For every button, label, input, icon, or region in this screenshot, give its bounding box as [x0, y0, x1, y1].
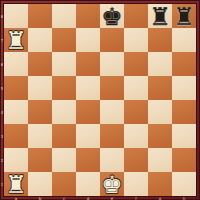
square-f6[interactable] [124, 52, 148, 76]
square-b2[interactable] [28, 148, 52, 172]
square-f2[interactable] [124, 148, 148, 172]
square-a8[interactable] [4, 4, 28, 28]
square-g7[interactable] [148, 28, 172, 52]
chess-board: ♚♜♜♜♜♚ [4, 4, 196, 196]
square-h7[interactable] [172, 28, 196, 52]
square-d6[interactable] [76, 52, 100, 76]
square-h4[interactable] [172, 100, 196, 124]
square-c8[interactable] [52, 4, 76, 28]
square-c5[interactable] [52, 76, 76, 100]
square-a3[interactable] [4, 124, 28, 148]
square-h6[interactable] [172, 52, 196, 76]
square-g6[interactable] [148, 52, 172, 76]
square-a5[interactable] [4, 76, 28, 100]
square-b8[interactable] [28, 4, 52, 28]
square-c6[interactable] [52, 52, 76, 76]
file-label-c: c [54, 196, 73, 199]
square-f8[interactable] [124, 4, 148, 28]
file-label-h: h [174, 196, 193, 199]
square-h3[interactable] [172, 124, 196, 148]
square-a7[interactable]: ♜ [4, 28, 28, 52]
square-f1[interactable] [124, 172, 148, 196]
square-e4[interactable] [100, 100, 124, 124]
square-c3[interactable] [52, 124, 76, 148]
square-g8[interactable]: ♜ [148, 4, 172, 28]
square-b3[interactable] [28, 124, 52, 148]
square-b5[interactable] [28, 76, 52, 100]
square-g2[interactable] [148, 148, 172, 172]
square-e8[interactable]: ♚ [100, 4, 124, 28]
square-d1[interactable] [76, 172, 100, 196]
square-e6[interactable] [100, 52, 124, 76]
square-h1[interactable] [172, 172, 196, 196]
square-h2[interactable] [172, 148, 196, 172]
chess-board-frame: 87654321 abcdefgh ♚♜♜♜♜♚ [0, 0, 200, 200]
square-c2[interactable] [52, 148, 76, 172]
square-b1[interactable] [28, 172, 52, 196]
square-h8[interactable]: ♜ [172, 4, 196, 28]
square-d2[interactable] [76, 148, 100, 172]
piece-black-rook-g8[interactable]: ♜ [149, 4, 171, 30]
square-b7[interactable] [28, 28, 52, 52]
square-c4[interactable] [52, 100, 76, 124]
square-e2[interactable] [100, 148, 124, 172]
piece-white-rook-a7[interactable]: ♜ [5, 28, 27, 54]
square-f4[interactable] [124, 100, 148, 124]
file-label-b: b [30, 196, 49, 199]
piece-black-rook-h8[interactable]: ♜ [173, 4, 195, 30]
piece-white-rook-a1[interactable]: ♜ [5, 172, 27, 198]
square-e3[interactable] [100, 124, 124, 148]
square-d5[interactable] [76, 76, 100, 100]
square-c7[interactable] [52, 28, 76, 52]
square-e7[interactable] [100, 28, 124, 52]
square-a4[interactable] [4, 100, 28, 124]
square-b4[interactable] [28, 100, 52, 124]
square-f5[interactable] [124, 76, 148, 100]
file-label-d: d [78, 196, 97, 199]
square-c1[interactable] [52, 172, 76, 196]
file-labels: abcdefgh [4, 196, 196, 200]
square-f7[interactable] [124, 28, 148, 52]
square-b6[interactable] [28, 52, 52, 76]
square-f3[interactable] [124, 124, 148, 148]
square-a6[interactable] [4, 52, 28, 76]
square-d4[interactable] [76, 100, 100, 124]
square-d7[interactable] [76, 28, 100, 52]
square-a2[interactable] [4, 148, 28, 172]
piece-white-king-e1[interactable]: ♚ [101, 172, 123, 198]
square-g3[interactable] [148, 124, 172, 148]
square-g4[interactable] [148, 100, 172, 124]
square-a1[interactable]: ♜ [4, 172, 28, 196]
square-d8[interactable] [76, 4, 100, 28]
square-g1[interactable] [148, 172, 172, 196]
square-h5[interactable] [172, 76, 196, 100]
piece-black-king-e8[interactable]: ♚ [101, 4, 123, 30]
file-label-g: g [150, 196, 169, 199]
square-e5[interactable] [100, 76, 124, 100]
file-label-f: f [126, 196, 145, 199]
square-g5[interactable] [148, 76, 172, 100]
square-e1[interactable]: ♚ [100, 172, 124, 196]
square-d3[interactable] [76, 124, 100, 148]
